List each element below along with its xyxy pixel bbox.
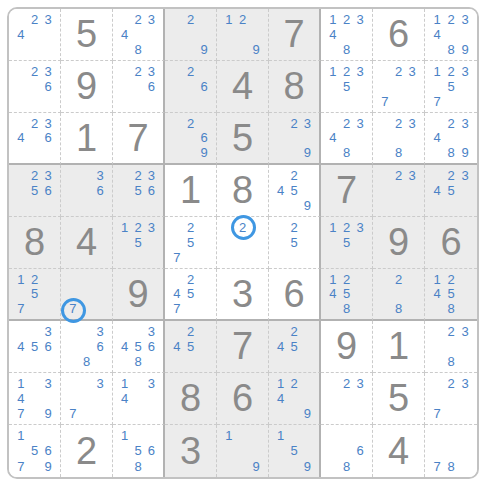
candidate-grid: 13479: [9, 373, 60, 424]
candidate-3[interactable]: 3: [409, 65, 416, 78]
candidate-1[interactable]: 1: [433, 65, 440, 78]
candidate-3[interactable]: 3: [409, 117, 416, 130]
candidate-4[interactable]: 4: [329, 131, 336, 144]
candidate-6[interactable]: 6: [97, 340, 104, 353]
candidate-1[interactable]: 1: [17, 273, 24, 286]
cell-r1c3[interactable]: 2348: [113, 9, 165, 61]
candidate-8[interactable]: 8: [343, 460, 350, 473]
candidate-7[interactable]: 7: [17, 460, 24, 473]
cell-r3c8[interactable]: 238: [373, 113, 425, 165]
candidate-5[interactable]: 5: [290, 236, 297, 249]
cell-r7c9[interactable]: 238: [425, 321, 477, 373]
candidate-grid: 245: [269, 321, 319, 372]
candidate-5[interactable]: 5: [134, 184, 141, 197]
candidate-3[interactable]: 3: [357, 65, 364, 78]
candidate-1[interactable]: 1: [225, 13, 232, 26]
candidate-5[interactable]: 5: [187, 340, 194, 353]
cell-r3c7[interactable]: 2348: [321, 113, 373, 165]
candidate-5[interactable]: 5: [187, 236, 194, 249]
cell-r1c6[interactable]: 7: [269, 9, 321, 61]
cell-r2c9[interactable]: 12357: [425, 61, 477, 113]
cell-r9c6[interactable]: 159: [269, 425, 321, 477]
cell-r6c9[interactable]: 12458: [425, 269, 477, 321]
candidate-3[interactable]: 3: [45, 377, 52, 390]
cell-r9c3[interactable]: 1568: [113, 425, 165, 477]
candidate-grid: 23: [373, 165, 424, 216]
candidate-8[interactable]: 8: [447, 146, 454, 159]
candidate-8[interactable]: 8: [447, 302, 454, 315]
candidate-3[interactable]: 3: [45, 65, 52, 78]
candidate-grid: 23489: [425, 113, 477, 163]
candidate-2[interactable]: 2: [290, 117, 297, 130]
cell-r3c1[interactable]: 2346: [9, 113, 61, 165]
candidate-4[interactable]: 4: [17, 392, 24, 405]
candidate-2[interactable]: 2: [395, 65, 402, 78]
candidate-9[interactable]: 9: [201, 146, 208, 159]
candidate-grid: 12458: [321, 269, 372, 319]
candidate-2[interactable]: 2: [187, 13, 194, 26]
cell-r6c7[interactable]: 12458: [321, 269, 373, 321]
candidate-8[interactable]: 8: [134, 460, 141, 473]
candidate-3[interactable]: 3: [148, 169, 155, 182]
candidate-3[interactable]: 3: [97, 377, 104, 390]
candidate-5[interactable]: 5: [31, 340, 38, 353]
cell-r1c9[interactable]: 123489: [425, 9, 477, 61]
candidate-2[interactable]: 2: [239, 221, 246, 234]
candidate-3[interactable]: 3: [357, 377, 364, 390]
cell-r6c8[interactable]: 28: [373, 269, 425, 321]
cell-r4c2[interactable]: 36: [61, 165, 113, 217]
cell-r8c3[interactable]: 134: [113, 373, 165, 425]
candidate-7[interactable]: 7: [17, 302, 24, 315]
candidate-8[interactable]: 8: [134, 355, 141, 368]
cell-r6c3[interactable]: 9: [113, 269, 165, 321]
candidate-1[interactable]: 1: [121, 429, 128, 442]
candidate-2[interactable]: 2: [447, 377, 454, 390]
cell-r3c4[interactable]: 269: [165, 113, 217, 165]
candidate-8[interactable]: 8: [83, 355, 90, 368]
candidate-grid: 29: [165, 9, 216, 60]
candidate-9[interactable]: 9: [304, 146, 311, 159]
candidate-2[interactable]: 2: [447, 13, 454, 26]
sudoku-board: 2345234829129712348612348923692362648123…: [7, 7, 479, 479]
candidate-8[interactable]: 8: [447, 355, 454, 368]
candidate-grid: 2: [217, 217, 268, 268]
candidate-grid: 269: [165, 113, 216, 163]
cell-r4c3[interactable]: 2356: [113, 165, 165, 217]
cell-r9c4[interactable]: 3: [165, 425, 217, 477]
candidate-6[interactable]: 6: [45, 131, 52, 144]
cell-value: 8: [217, 165, 268, 216]
cell-r8c4[interactable]: 8: [165, 373, 217, 425]
candidate-8[interactable]: 8: [395, 146, 402, 159]
candidate-2[interactable]: 2: [187, 65, 194, 78]
candidate-2[interactable]: 2: [447, 169, 454, 182]
candidate-grid: 2348: [321, 113, 372, 163]
cell-r2c8[interactable]: 237: [373, 61, 425, 113]
candidate-grid: 2348: [113, 9, 163, 60]
cell-value: 5: [61, 9, 112, 60]
candidate-8[interactable]: 8: [395, 302, 402, 315]
cell-value: 6: [269, 269, 319, 319]
cell-r4c9[interactable]: 2345: [425, 165, 477, 217]
candidate-2[interactable]: 2: [343, 13, 350, 26]
candidate-3[interactable]: 3: [461, 325, 468, 338]
candidate-4[interactable]: 4: [277, 392, 284, 405]
candidate-7[interactable]: 7: [433, 407, 440, 420]
candidate-6[interactable]: 6: [201, 80, 208, 93]
candidate-3[interactable]: 3: [45, 117, 52, 130]
cell-value: 6: [373, 9, 424, 60]
candidate-4[interactable]: 4: [433, 28, 440, 41]
candidate-3[interactable]: 3: [148, 221, 155, 234]
candidate-3[interactable]: 3: [357, 221, 364, 234]
candidate-grid: 236: [113, 61, 163, 112]
candidate-2[interactable]: 2: [447, 117, 454, 130]
candidate-2[interactable]: 2: [395, 273, 402, 286]
candidate-7[interactable]: 7: [69, 407, 76, 420]
candidate-6[interactable]: 6: [45, 340, 52, 353]
candidate-4[interactable]: 4: [433, 131, 440, 144]
candidate-5[interactable]: 5: [447, 184, 454, 197]
cell-r7c4[interactable]: 245: [165, 321, 217, 373]
candidate-3[interactable]: 3: [97, 325, 104, 338]
candidate-3[interactable]: 3: [461, 13, 468, 26]
candidate-5[interactable]: 5: [343, 80, 350, 93]
cell-r1c1[interactable]: 234: [9, 9, 61, 61]
candidate-3[interactable]: 3: [148, 377, 155, 390]
candidate-6[interactable]: 6: [97, 184, 104, 197]
cell-r5c3[interactable]: 1235: [113, 217, 165, 269]
cell-r3c5[interactable]: 5: [217, 113, 269, 165]
candidate-1[interactable]: 1: [277, 429, 284, 442]
candidate-4[interactable]: 4: [121, 28, 128, 41]
candidate-3[interactable]: 3: [461, 377, 468, 390]
candidate-5[interactable]: 5: [134, 340, 141, 353]
candidate-5[interactable]: 5: [187, 287, 194, 300]
candidate-8[interactable]: 8: [343, 302, 350, 315]
candidate-4[interactable]: 4: [121, 392, 128, 405]
candidate-2[interactable]: 2: [395, 117, 402, 130]
candidate-5[interactable]: 5: [290, 184, 297, 197]
cell-r3c9[interactable]: 23489: [425, 113, 477, 165]
cell-value: 6: [217, 373, 268, 424]
cell-value: 9: [113, 269, 163, 319]
cell-r9c1[interactable]: 15679: [9, 425, 61, 477]
candidate-6[interactable]: 6: [148, 80, 155, 93]
cell-r5c9[interactable]: 6: [425, 217, 477, 269]
cell-value: 3: [165, 425, 216, 477]
cell-value: 8: [165, 373, 216, 424]
candidate-6[interactable]: 6: [148, 184, 155, 197]
candidate-3[interactable]: 3: [45, 169, 52, 182]
candidate-1[interactable]: 1: [225, 429, 232, 442]
candidate-3[interactable]: 3: [148, 325, 155, 338]
candidate-8[interactable]: 8: [343, 43, 350, 56]
candidate-2[interactable]: 2: [447, 325, 454, 338]
candidate-3[interactable]: 3: [148, 65, 155, 78]
cell-r4c6[interactable]: 2459: [269, 165, 321, 217]
candidate-3[interactable]: 3: [304, 117, 311, 130]
candidate-9[interactable]: 9: [304, 460, 311, 473]
candidate-1[interactable]: 1: [277, 377, 284, 390]
candidate-2[interactable]: 2: [343, 65, 350, 78]
cell-value: 4: [61, 217, 112, 268]
cell-value: 7: [113, 113, 163, 163]
cell-r8c5[interactable]: 6: [217, 373, 269, 425]
candidate-3[interactable]: 3: [409, 169, 416, 182]
candidate-2[interactable]: 2: [31, 273, 38, 286]
cell-r7c6[interactable]: 245: [269, 321, 321, 373]
candidate-4[interactable]: 4: [329, 28, 336, 41]
candidate-2[interactable]: 2: [343, 221, 350, 234]
candidate-2[interactable]: 2: [187, 117, 194, 130]
candidate-5[interactable]: 5: [134, 444, 141, 457]
candidate-grid: 2457: [165, 269, 216, 319]
cell-r4c8[interactable]: 23: [373, 165, 425, 217]
candidate-1[interactable]: 1: [433, 273, 440, 286]
candidate-8[interactable]: 8: [447, 460, 454, 473]
cell-r7c1[interactable]: 3456: [9, 321, 61, 373]
cell-r9c2[interactable]: 2: [61, 425, 113, 477]
candidate-6[interactable]: 6: [201, 131, 208, 144]
candidate-2[interactable]: 2: [290, 169, 297, 182]
candidate-6[interactable]: 6: [45, 80, 52, 93]
candidate-1[interactable]: 1: [329, 13, 336, 26]
candidate-2[interactable]: 2: [134, 169, 141, 182]
candidate-2[interactable]: 2: [134, 13, 141, 26]
candidate-4[interactable]: 4: [17, 340, 24, 353]
candidate-9[interactable]: 9: [461, 146, 468, 159]
cell-r9c9[interactable]: 78: [425, 425, 477, 477]
candidate-7[interactable]: 7: [433, 460, 440, 473]
candidate-1[interactable]: 1: [17, 429, 24, 442]
candidate-8[interactable]: 8: [343, 146, 350, 159]
candidate-2[interactable]: 2: [395, 169, 402, 182]
cell-r2c7[interactable]: 1235: [321, 61, 373, 113]
candidate-grid: 239: [269, 113, 319, 163]
candidate-2[interactable]: 2: [290, 377, 297, 390]
candidate-1[interactable]: 1: [329, 273, 336, 286]
cell-value: 1: [165, 165, 216, 216]
candidate-2[interactable]: 2: [31, 65, 38, 78]
cell-r8c8[interactable]: 5: [373, 373, 425, 425]
candidate-5[interactable]: 5: [31, 444, 38, 457]
cell-r5c1[interactable]: 8: [9, 217, 61, 269]
cell-r6c5[interactable]: 3: [217, 269, 269, 321]
candidate-2[interactable]: 2: [343, 377, 350, 390]
cell-r8c7[interactable]: 23: [321, 373, 373, 425]
cell-r7c2[interactable]: 368: [61, 321, 113, 373]
cell-r2c3[interactable]: 236: [113, 61, 165, 113]
candidate-2[interactable]: 2: [187, 273, 194, 286]
candidate-5[interactable]: 5: [343, 236, 350, 249]
cell-r3c6[interactable]: 239: [269, 113, 321, 165]
candidate-grid: 2356: [9, 165, 60, 216]
candidate-2[interactable]: 2: [447, 65, 454, 78]
cell-r5c7[interactable]: 1235: [321, 217, 373, 269]
candidate-grid: 19: [217, 425, 268, 477]
cell-r1c4[interactable]: 29: [165, 9, 217, 61]
candidate-4[interactable]: 4: [277, 184, 284, 197]
cell-r2c4[interactable]: 26: [165, 61, 217, 113]
cell-r5c5[interactable]: 2: [217, 217, 269, 269]
candidate-grid: 2346: [9, 113, 60, 163]
candidate-4[interactable]: 4: [17, 28, 24, 41]
cell-r2c1[interactable]: 236: [9, 61, 61, 113]
candidate-1[interactable]: 1: [329, 221, 336, 234]
candidate-2[interactable]: 2: [31, 13, 38, 26]
cell-r4c1[interactable]: 2356: [9, 165, 61, 217]
candidate-grid: 12458: [425, 269, 477, 319]
candidate-2[interactable]: 2: [343, 117, 350, 130]
candidate-1[interactable]: 1: [329, 65, 336, 78]
candidate-2[interactable]: 2: [134, 65, 141, 78]
candidate-5[interactable]: 5: [31, 287, 38, 300]
cell-r1c5[interactable]: 129: [217, 9, 269, 61]
candidate-6[interactable]: 6: [45, 444, 52, 457]
candidate-8[interactable]: 8: [447, 43, 454, 56]
candidate-5[interactable]: 5: [290, 444, 297, 457]
cell-r4c5[interactable]: 8: [217, 165, 269, 217]
cell-r1c8[interactable]: 6: [373, 9, 425, 61]
candidate-9[interactable]: 9: [45, 460, 52, 473]
cell-value: 2: [61, 425, 112, 477]
cell-r4c4[interactable]: 1: [165, 165, 217, 217]
candidate-4[interactable]: 4: [329, 287, 336, 300]
candidate-5[interactable]: 5: [447, 80, 454, 93]
cell-r7c8[interactable]: 1: [373, 321, 425, 373]
cell-r6c2[interactable]: 7: [61, 269, 113, 321]
candidate-4[interactable]: 4: [17, 131, 24, 144]
candidate-9[interactable]: 9: [461, 43, 468, 56]
cell-r8c9[interactable]: 237: [425, 373, 477, 425]
cell-r2c6[interactable]: 8: [269, 61, 321, 113]
cell-r5c2[interactable]: 4: [61, 217, 113, 269]
cell-r8c2[interactable]: 37: [61, 373, 113, 425]
candidate-2[interactable]: 2: [239, 13, 246, 26]
candidate-grid: 238: [373, 113, 424, 163]
candidate-3[interactable]: 3: [461, 169, 468, 182]
candidate-5[interactable]: 5: [343, 287, 350, 300]
candidate-7[interactable]: 7: [433, 95, 440, 108]
cell-r9c8[interactable]: 4: [373, 425, 425, 477]
candidate-3[interactable]: 3: [461, 65, 468, 78]
candidate-7[interactable]: 7: [17, 407, 24, 420]
candidate-4[interactable]: 4: [121, 340, 128, 353]
cell-r9c5[interactable]: 19: [217, 425, 269, 477]
candidate-3[interactable]: 3: [357, 117, 364, 130]
cell-r1c2[interactable]: 5: [61, 9, 113, 61]
candidate-grid: 237: [425, 373, 477, 424]
candidate-1[interactable]: 1: [121, 377, 128, 390]
candidate-5[interactable]: 5: [290, 340, 297, 353]
cell-value: 9: [373, 217, 424, 268]
cell-r6c1[interactable]: 1257: [9, 269, 61, 321]
candidate-5[interactable]: 5: [447, 287, 454, 300]
candidate-9[interactable]: 9: [253, 460, 260, 473]
cell-r5c4[interactable]: 257: [165, 217, 217, 269]
candidate-6[interactable]: 6: [148, 444, 155, 457]
candidate-2[interactable]: 2: [134, 221, 141, 234]
candidate-2[interactable]: 2: [290, 221, 297, 234]
cell-value: 4: [373, 425, 424, 477]
candidate-4[interactable]: 4: [173, 287, 180, 300]
candidate-1[interactable]: 1: [17, 377, 24, 390]
candidate-9[interactable]: 9: [253, 43, 260, 56]
candidate-3[interactable]: 3: [45, 13, 52, 26]
candidate-2[interactable]: 2: [31, 169, 38, 182]
cell-r1c7[interactable]: 12348: [321, 9, 373, 61]
candidate-2[interactable]: 2: [447, 273, 454, 286]
candidate-4[interactable]: 4: [277, 340, 284, 353]
candidate-7[interactable]: 7: [173, 302, 180, 315]
candidate-3[interactable]: 3: [148, 13, 155, 26]
candidate-9[interactable]: 9: [201, 43, 208, 56]
candidate-4[interactable]: 4: [433, 184, 440, 197]
candidate-grid: 7: [61, 269, 112, 319]
candidate-9[interactable]: 9: [45, 407, 52, 420]
cell-r3c2[interactable]: 1: [61, 113, 113, 165]
candidate-2[interactable]: 2: [31, 117, 38, 130]
candidate-grid: 129: [217, 9, 268, 60]
candidate-grid: 1568: [113, 425, 163, 477]
candidate-5[interactable]: 5: [134, 236, 141, 249]
candidate-6[interactable]: 6: [148, 340, 155, 353]
cell-r7c5[interactable]: 7: [217, 321, 269, 373]
cell-r7c7[interactable]: 9: [321, 321, 373, 373]
cell-value: 7: [321, 165, 372, 216]
candidate-3[interactable]: 3: [45, 325, 52, 338]
candidate-3[interactable]: 3: [357, 13, 364, 26]
candidate-grid: 159: [269, 425, 319, 477]
candidate-9[interactable]: 9: [304, 199, 311, 212]
cell-r8c6[interactable]: 1249: [269, 373, 321, 425]
cell-r4c7[interactable]: 7: [321, 165, 373, 217]
cell-r7c3[interactable]: 34568: [113, 321, 165, 373]
candidate-2[interactable]: 2: [187, 325, 194, 338]
candidate-6[interactable]: 6: [45, 184, 52, 197]
cell-r2c5[interactable]: 4: [217, 61, 269, 113]
cell-r6c6[interactable]: 6: [269, 269, 321, 321]
cell-r5c6[interactable]: 25: [269, 217, 321, 269]
candidate-1[interactable]: 1: [121, 221, 128, 234]
cell-r8c1[interactable]: 13479: [9, 373, 61, 425]
candidate-2[interactable]: 2: [290, 325, 297, 338]
candidate-3[interactable]: 3: [461, 117, 468, 130]
cell-r6c4[interactable]: 2457: [165, 269, 217, 321]
cell-r3c3[interactable]: 7: [113, 113, 165, 165]
candidate-2[interactable]: 2: [343, 273, 350, 286]
candidate-7[interactable]: 7: [173, 251, 180, 264]
candidate-4[interactable]: 4: [173, 340, 180, 353]
candidate-9[interactable]: 9: [304, 407, 311, 420]
cell-value: 1: [61, 113, 112, 163]
candidate-4[interactable]: 4: [433, 287, 440, 300]
candidate-2[interactable]: 2: [187, 221, 194, 234]
candidate-5[interactable]: 5: [31, 184, 38, 197]
candidate-3[interactable]: 3: [97, 169, 104, 182]
candidate-6[interactable]: 6: [357, 444, 364, 457]
candidate-8[interactable]: 8: [134, 43, 141, 56]
cell-value: 7: [269, 9, 319, 60]
cell-r2c2[interactable]: 9: [61, 61, 113, 113]
cell-r9c7[interactable]: 68: [321, 425, 373, 477]
candidate-7[interactable]: 7: [381, 95, 388, 108]
candidate-7[interactable]: 7: [69, 302, 76, 315]
candidate-1[interactable]: 1: [433, 13, 440, 26]
cell-r5c8[interactable]: 9: [373, 217, 425, 269]
